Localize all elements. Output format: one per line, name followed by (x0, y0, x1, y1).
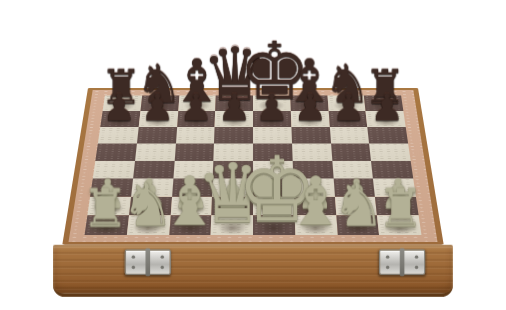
square-h2: ♟ (375, 197, 418, 216)
square-a1: ♜ (85, 215, 129, 235)
square-g1: ♞ (336, 215, 380, 235)
square-b5 (135, 144, 176, 161)
square-d1: ♛ (211, 215, 253, 235)
square-f4 (292, 161, 333, 179)
board-frame: ♜♞♝♛♚♝♞♜♟♟♟♟♟♟♟♟♟♟♟♟♟♟♟♟♜♞♝♛♚♝♞♜ (69, 90, 438, 242)
square-g7: ♟ (328, 111, 367, 127)
square-b8: ♞ (140, 95, 179, 111)
square-f6 (291, 127, 330, 144)
square-b7: ♟ (138, 111, 177, 127)
square-f5 (292, 144, 332, 161)
square-a4 (93, 161, 135, 179)
square-e1: ♚ (253, 215, 295, 235)
square-d4 (213, 161, 253, 179)
black-knight-piece: ♞ (314, 57, 379, 110)
square-e7: ♟ (253, 111, 291, 127)
square-b1: ♞ (127, 215, 171, 235)
square-e2: ♟ (253, 197, 294, 216)
square-d3 (212, 178, 253, 196)
square-c3 (172, 178, 213, 196)
square-d7: ♟ (215, 111, 253, 127)
chess-set-photo: ♜♞♝♛♚♝♞♜♟♟♟♟♟♟♟♟♟♟♟♟♟♟♟♟♜♞♝♛♚♝♞♜ (0, 0, 506, 310)
square-h4 (371, 161, 413, 179)
square-h5 (369, 144, 410, 161)
square-e5 (253, 144, 292, 161)
square-h7: ♟ (366, 111, 406, 127)
right-hinge-clasp-icon (379, 249, 425, 274)
square-g6 (329, 127, 369, 144)
square-c1: ♝ (169, 215, 212, 235)
square-a2: ♟ (87, 197, 130, 216)
square-d6 (214, 127, 253, 144)
square-b6 (137, 127, 177, 144)
square-b3 (131, 178, 173, 196)
square-d2: ♟ (212, 197, 253, 216)
square-c8: ♝ (178, 95, 216, 111)
square-b2: ♟ (129, 197, 172, 216)
square-h6 (368, 127, 409, 144)
square-c6 (175, 127, 214, 144)
square-c2: ♟ (170, 197, 212, 216)
square-h3 (373, 178, 416, 196)
square-a7: ♟ (100, 111, 140, 127)
square-h1: ♜ (377, 215, 421, 235)
square-g5 (331, 144, 372, 161)
square-g3 (333, 178, 375, 196)
chess-board: ♜♞♝♛♚♝♞♜♟♟♟♟♟♟♟♟♟♟♟♟♟♟♟♟♜♞♝♛♚♝♞♜ (62, 88, 443, 245)
square-f2: ♟ (294, 197, 336, 216)
square-e8: ♚ (253, 95, 291, 111)
square-c5 (174, 144, 214, 161)
square-f3 (293, 178, 334, 196)
square-e3 (253, 178, 294, 196)
square-d8: ♛ (215, 95, 253, 111)
board-grid: ♜♞♝♛♚♝♞♜♟♟♟♟♟♟♟♟♟♟♟♟♟♟♟♟♜♞♝♛♚♝♞♜ (85, 95, 422, 235)
square-g4 (332, 161, 373, 179)
black-knight-piece: ♞ (126, 57, 191, 110)
wooden-box-front (53, 245, 453, 297)
square-h8: ♜ (364, 95, 403, 111)
square-g2: ♟ (334, 197, 377, 216)
square-b4 (133, 161, 174, 179)
square-e4 (253, 161, 293, 179)
square-f8: ♝ (290, 95, 328, 111)
square-a5 (95, 144, 136, 161)
square-f1: ♝ (294, 215, 337, 235)
square-a6 (98, 127, 139, 144)
square-g8: ♞ (327, 95, 366, 111)
square-e6 (253, 127, 292, 144)
square-f7: ♟ (291, 111, 330, 127)
square-c4 (173, 161, 214, 179)
square-d5 (214, 144, 253, 161)
square-c7: ♟ (177, 111, 216, 127)
left-hinge-clasp-icon (125, 249, 171, 274)
square-a8: ♜ (103, 95, 142, 111)
square-a3 (90, 178, 133, 196)
